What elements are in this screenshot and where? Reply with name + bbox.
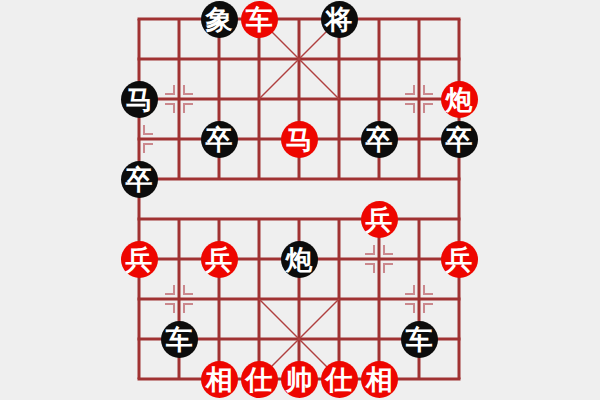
board-point[interactable] [319,279,359,319]
board-point[interactable] [399,79,439,119]
board-point[interactable] [239,159,279,199]
board-point[interactable]: 卒 [359,119,399,159]
board-point[interactable] [199,79,239,119]
board-point[interactable] [279,319,319,359]
board-point[interactable] [439,159,479,199]
board-point[interactable]: 炮 [439,79,479,119]
board-point[interactable] [199,199,239,239]
red-horse[interactable]: 马 [281,121,318,158]
board-point[interactable] [159,359,199,399]
board-point[interactable] [159,79,199,119]
board-point[interactable] [399,39,439,79]
board-point[interactable]: 卒 [119,159,159,199]
board-point[interactable] [239,39,279,79]
board-point[interactable] [239,199,279,239]
board-point[interactable] [279,159,319,199]
board-point[interactable] [199,39,239,79]
board-point[interactable] [439,359,479,399]
black-soldier[interactable]: 卒 [441,121,478,158]
board-point[interactable] [439,279,479,319]
xiangqi-board: 象车将马炮卒马卒卒卒兵兵兵炮兵车车相仕帅仕相 [119,0,479,399]
board-point[interactable]: 车 [399,319,439,359]
board-point[interactable] [359,159,399,199]
board-point[interactable] [119,199,159,239]
board-point[interactable] [199,159,239,199]
board-point[interactable] [439,0,479,39]
board-point[interactable] [199,279,239,319]
board-point[interactable]: 仕 [239,359,279,399]
xiangqi-app-background: 象车将马炮卒马卒卒卒兵兵兵炮兵车车相仕帅仕相 [0,0,600,400]
board-point[interactable] [119,279,159,319]
board-point[interactable] [119,119,159,159]
red-chariot[interactable]: 车 [241,1,278,38]
red-elephant[interactable]: 相 [361,361,398,398]
board-point[interactable]: 马 [279,119,319,159]
board-point[interactable]: 炮 [279,239,319,279]
board-point[interactable] [439,319,479,359]
board-point[interactable]: 相 [359,359,399,399]
board-point[interactable] [119,0,159,39]
black-chariot[interactable]: 车 [401,321,438,358]
board-point[interactable]: 相 [199,359,239,399]
black-chariot[interactable]: 车 [161,321,198,358]
red-advisor[interactable]: 仕 [321,361,358,398]
board-point[interactable]: 卒 [439,119,479,159]
board-point[interactable] [119,359,159,399]
board-point[interactable] [279,39,319,79]
black-cannon[interactable]: 炮 [281,241,318,278]
board-point[interactable] [159,159,199,199]
board-point[interactable]: 兵 [199,239,239,279]
board-point[interactable]: 卒 [199,119,239,159]
board-point[interactable] [399,159,439,199]
board-point[interactable] [319,199,359,239]
board-point[interactable] [159,199,199,239]
board-point[interactable] [439,39,479,79]
board-point[interactable] [399,0,439,39]
board-point[interactable]: 兵 [359,199,399,239]
board-point[interactable] [119,319,159,359]
board-point[interactable] [159,119,199,159]
board-point[interactable] [159,239,199,279]
board-point[interactable]: 车 [159,319,199,359]
board-point[interactable] [439,199,479,239]
board-point[interactable] [399,359,439,399]
board-point[interactable] [199,319,239,359]
board-point[interactable]: 将 [319,0,359,39]
board-point[interactable] [319,39,359,79]
red-soldier[interactable]: 兵 [201,241,238,278]
board-point[interactable] [399,119,439,159]
board-point[interactable] [359,239,399,279]
board-point[interactable] [359,319,399,359]
board-point[interactable] [119,39,159,79]
red-advisor[interactable]: 仕 [241,361,278,398]
board-point[interactable] [359,0,399,39]
board-point[interactable]: 象 [199,0,239,39]
board-point[interactable]: 兵 [439,239,479,279]
board-point[interactable]: 马 [119,79,159,119]
board-point[interactable] [359,39,399,79]
board-point[interactable] [279,79,319,119]
board-point[interactable] [159,0,199,39]
board-point[interactable] [239,319,279,359]
board-point[interactable] [239,119,279,159]
board-point[interactable] [359,279,399,319]
board-point[interactable] [159,279,199,319]
board-point[interactable] [399,279,439,319]
board-point[interactable]: 仕 [319,359,359,399]
board-point[interactable] [239,79,279,119]
board-point[interactable] [319,319,359,359]
red-general[interactable]: 帅 [281,361,318,398]
black-horse[interactable]: 马 [121,81,158,118]
board-point[interactable] [359,79,399,119]
board-point[interactable] [159,39,199,79]
board-point[interactable] [279,279,319,319]
red-soldier[interactable]: 兵 [121,241,158,278]
board-point[interactable] [239,239,279,279]
board-point[interactable] [319,159,359,199]
board-point[interactable] [279,0,319,39]
red-cannon[interactable]: 炮 [441,81,478,118]
board-point[interactable] [279,199,319,239]
black-elephant[interactable]: 象 [201,1,238,38]
board-point[interactable] [319,119,359,159]
black-soldier[interactable]: 卒 [121,161,158,198]
red-soldier[interactable]: 兵 [361,201,398,238]
red-soldier[interactable]: 兵 [441,241,478,278]
board-point[interactable] [319,239,359,279]
board-point[interactable]: 兵 [119,239,159,279]
board-point[interactable] [399,239,439,279]
black-soldier[interactable]: 卒 [361,121,398,158]
black-general[interactable]: 将 [321,1,358,38]
board-point[interactable]: 车 [239,0,279,39]
board-point[interactable]: 帅 [279,359,319,399]
red-elephant[interactable]: 相 [201,361,238,398]
black-soldier[interactable]: 卒 [201,121,238,158]
board-point[interactable] [399,199,439,239]
board-point[interactable] [239,279,279,319]
board-point[interactable] [319,79,359,119]
